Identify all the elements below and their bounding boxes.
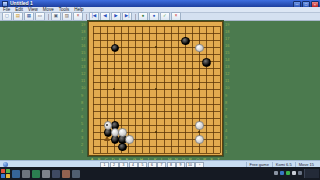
toolbar: ▢▤▦▭▣▨×|◀◀▶▶|●●✓× [0, 13, 320, 21]
coord-row-left-16: 16 [81, 44, 85, 48]
coord-row-left-18: 18 [81, 30, 85, 34]
grid-line [185, 26, 186, 153]
black-stone-D16[interactable] [111, 44, 119, 52]
taskbar-icons [12, 170, 82, 178]
prev-move-button[interactable]: ◀ [100, 12, 110, 21]
taskbar-app-5[interactable] [52, 170, 60, 178]
taskbar-app-7[interactable] [72, 170, 80, 178]
triangle-mark-C3 [104, 136, 110, 141]
coord-row-right-8: 8 [225, 101, 227, 105]
coord-row-right-5: 5 [225, 122, 227, 126]
coord-row-left-13: 13 [81, 65, 85, 69]
info-button[interactable]: ● [149, 12, 159, 21]
close-game-button[interactable]: × [171, 12, 181, 21]
save-file-button[interactable]: ▦ [24, 12, 34, 21]
new-file-button[interactable]: ▢ [2, 12, 12, 21]
white-stone-F3[interactable] [125, 135, 133, 143]
coord-row-left-2: 2 [81, 143, 83, 147]
star-point [198, 131, 200, 133]
taskbar-app-2[interactable] [22, 170, 30, 178]
tray-icon-3[interactable] [286, 171, 290, 175]
coord-row-right-14: 14 [225, 58, 229, 62]
paste-button[interactable]: ▨ [62, 12, 72, 21]
last-move-marker [106, 124, 108, 126]
black-stone-E2[interactable] [118, 143, 126, 151]
taskbar-clock-area[interactable] [304, 169, 319, 178]
white-stone-Q16[interactable] [195, 44, 203, 52]
coord-row-right-15: 15 [225, 51, 229, 55]
coord-row-left-14: 14 [81, 58, 85, 62]
coord-row-right-7: 7 [225, 108, 227, 112]
grid-line [213, 26, 214, 153]
grid-line [192, 26, 193, 153]
window-title: Untitled 1 [10, 1, 33, 6]
toolbar-separator [48, 14, 49, 20]
grid-line [93, 153, 220, 154]
toolbar-separator [86, 14, 87, 20]
toolbar-separator [135, 14, 136, 20]
grid-line [93, 118, 220, 119]
coord-row-left-1: 1 [81, 150, 83, 154]
coord-row-left-19: 19 [81, 23, 85, 27]
next-move-button[interactable]: ▶ [111, 12, 121, 21]
app-icon [2, 1, 8, 7]
go-board[interactable] [88, 21, 223, 156]
tray-icon-1[interactable] [274, 171, 278, 175]
taskbar [0, 167, 320, 180]
tray-icon-5[interactable] [298, 171, 302, 175]
tray-icon-2[interactable] [280, 171, 284, 175]
coord-row-right-17: 17 [225, 37, 229, 41]
start-button[interactable] [1, 169, 10, 178]
copy-button[interactable]: ▣ [51, 12, 61, 21]
coord-row-right-16: 16 [225, 44, 229, 48]
coord-row-left-15: 15 [81, 51, 85, 55]
last-move-button[interactable]: ▶| [122, 12, 132, 21]
first-move-button[interactable]: |◀ [89, 12, 99, 21]
title-bar: Untitled 1 ─ □ × [0, 0, 320, 7]
coord-row-right-11: 11 [225, 79, 229, 83]
coord-row-left-6: 6 [81, 115, 83, 119]
coord-row-left-11: 11 [81, 79, 85, 83]
print-button[interactable]: ▭ [35, 12, 45, 21]
start-logo-square [6, 169, 10, 173]
grid-line [93, 97, 220, 98]
coord-row-left-8: 8 [81, 101, 83, 105]
grid-line [93, 111, 220, 112]
open-file-button[interactable]: ▤ [13, 12, 23, 21]
grid-line [164, 26, 165, 153]
delete-button[interactable]: × [73, 12, 83, 21]
coord-row-right-1: 1 [225, 150, 227, 154]
white-stone-Q5[interactable] [195, 121, 203, 129]
coord-row-left-4: 4 [81, 129, 83, 133]
workspace: ABCDEFGHJKLMNOPQRST191918181717161615151… [0, 21, 320, 160]
check-button[interactable]: ✓ [160, 12, 170, 21]
taskbar-app-6[interactable] [62, 170, 70, 178]
coord-row-left-7: 7 [81, 108, 83, 112]
taskbar-app-4[interactable] [42, 170, 50, 178]
coord-row-left-9: 9 [81, 94, 83, 98]
system-tray [274, 171, 302, 175]
grid-line [171, 26, 172, 153]
taskbar-app-3[interactable] [32, 170, 40, 178]
grid-line [93, 146, 220, 147]
coord-row-right-19: 19 [225, 23, 229, 27]
start-logo-square [6, 174, 10, 178]
coord-row-left-12: 12 [81, 72, 85, 76]
coord-row-right-4: 4 [225, 129, 227, 133]
coord-row-right-2: 2 [225, 143, 227, 147]
coord-row-left-3: 3 [81, 136, 83, 140]
coord-row-right-18: 18 [225, 30, 229, 34]
grid-line [93, 104, 220, 105]
pass-button[interactable]: ● [138, 12, 148, 21]
grid-line [178, 26, 179, 153]
coord-row-right-3: 3 [225, 136, 227, 140]
black-stone-R14[interactable] [202, 58, 210, 66]
grid-line [206, 26, 207, 153]
coord-row-left-10: 10 [81, 86, 85, 90]
coord-row-right-9: 9 [225, 94, 227, 98]
taskbar-app-1[interactable] [12, 170, 20, 178]
coord-row-right-12: 12 [225, 72, 229, 76]
start-logo-square [1, 169, 5, 173]
coord-row-right-10: 10 [225, 86, 229, 90]
start-logo-square [1, 174, 5, 178]
coord-row-left-17: 17 [81, 37, 85, 41]
screen: Untitled 1 ─ □ × FileEditViewMoveToolsHe… [0, 0, 320, 180]
white-stone-Q3[interactable] [195, 135, 203, 143]
tray-icon-4[interactable] [292, 171, 296, 175]
coord-row-right-13: 13 [225, 65, 229, 69]
coord-row-right-6: 6 [225, 115, 227, 119]
black-stone-O17[interactable] [181, 37, 189, 45]
grid-line [220, 26, 221, 153]
coord-row-left-5: 5 [81, 122, 83, 126]
